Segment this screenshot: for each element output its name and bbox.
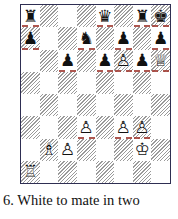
- piece-white-rook: ♖: [23, 163, 38, 180]
- square-a1: ♖: [21, 161, 40, 183]
- square-a7: ♟: [21, 27, 40, 49]
- piece-black-pawn: ♟: [116, 30, 131, 47]
- square-b3: [40, 116, 59, 138]
- piece-black-queen: ♛: [97, 8, 112, 25]
- square-d1: [77, 161, 96, 183]
- square-h1: [151, 161, 170, 183]
- square-c8: [58, 5, 77, 27]
- square-f5: [114, 72, 133, 94]
- piece-black-king: ♚: [153, 8, 168, 25]
- square-e3: [96, 116, 115, 138]
- square-d3: ♙: [77, 116, 96, 138]
- square-d8: [77, 5, 96, 27]
- square-b7: [40, 27, 59, 49]
- square-f7: ♟: [114, 27, 133, 49]
- chess-board: ♜♛♜♚♟♞♟♟♟♟♙♟♕♙♙♙♗♙♔♖: [20, 4, 171, 184]
- square-c7: [58, 27, 77, 49]
- square-g5: [133, 72, 152, 94]
- square-f4: [114, 94, 133, 116]
- square-h7: ♟: [151, 27, 170, 49]
- square-b2: ♗: [40, 139, 59, 161]
- square-e6: ♟: [96, 50, 115, 72]
- square-a3: [21, 116, 40, 138]
- square-e4: [96, 94, 115, 116]
- piece-black-pawn: ♟: [134, 52, 149, 69]
- square-g3: ♙: [133, 116, 152, 138]
- square-d6: [77, 50, 96, 72]
- square-f3: ♙: [114, 116, 133, 138]
- square-e5: [96, 72, 115, 94]
- piece-white-queen: ♕: [153, 52, 168, 69]
- piece-white-pawn: ♙: [60, 141, 75, 158]
- square-h8: ♚: [151, 5, 170, 27]
- square-d7: ♞: [77, 27, 96, 49]
- chess-puzzle-page: ♜♛♜♚♟♞♟♟♟♟♙♟♕♙♙♙♗♙♔♖ 6. White to mate in…: [0, 0, 178, 219]
- piece-white-bishop: ♗: [41, 141, 56, 158]
- square-b6: [40, 50, 59, 72]
- square-a8: ♜: [21, 5, 40, 27]
- square-a4: [21, 94, 40, 116]
- square-c1: [58, 161, 77, 183]
- square-a6: [21, 50, 40, 72]
- piece-black-pawn: ♟: [97, 52, 112, 69]
- square-e1: [96, 161, 115, 183]
- square-d4: [77, 94, 96, 116]
- square-e8: ♛: [96, 5, 115, 27]
- piece-white-pawn: ♙: [79, 119, 94, 136]
- square-c4: [58, 94, 77, 116]
- square-g8: ♜: [133, 5, 152, 27]
- square-a5: [21, 72, 40, 94]
- square-f8: [114, 5, 133, 27]
- piece-white-pawn: ♙: [116, 119, 131, 136]
- puzzle-caption: 6. White to mate in two: [3, 192, 175, 209]
- square-h2: [151, 139, 170, 161]
- piece-black-pawn: ♟: [23, 30, 38, 47]
- square-f1: [114, 161, 133, 183]
- square-h6: ♕: [151, 50, 170, 72]
- square-b8: [40, 5, 59, 27]
- piece-white-king: ♔: [134, 141, 149, 158]
- piece-black-knight: ♞: [79, 30, 94, 47]
- square-e7: [96, 27, 115, 49]
- piece-white-pawn: ♙: [134, 119, 149, 136]
- square-b4: [40, 94, 59, 116]
- square-b1: [40, 161, 59, 183]
- square-c2: ♙: [58, 139, 77, 161]
- piece-black-pawn: ♟: [60, 52, 75, 69]
- piece-white-pawn: ♙: [116, 52, 131, 69]
- square-g7: [133, 27, 152, 49]
- square-h5: [151, 72, 170, 94]
- square-f6: ♙: [114, 50, 133, 72]
- square-h3: [151, 116, 170, 138]
- square-g6: ♟: [133, 50, 152, 72]
- square-c6: ♟: [58, 50, 77, 72]
- square-e2: [96, 139, 115, 161]
- square-g2: ♔: [133, 139, 152, 161]
- square-h4: [151, 94, 170, 116]
- square-a2: [21, 139, 40, 161]
- piece-black-rook: ♜: [23, 8, 38, 25]
- piece-black-rook: ♜: [134, 8, 149, 25]
- square-g4: [133, 94, 152, 116]
- square-b5: [40, 72, 59, 94]
- square-f2: [114, 139, 133, 161]
- square-g1: [133, 161, 152, 183]
- piece-black-pawn: ♟: [153, 30, 168, 47]
- square-c3: [58, 116, 77, 138]
- square-d2: [77, 139, 96, 161]
- square-c5: [58, 72, 77, 94]
- square-d5: [77, 72, 96, 94]
